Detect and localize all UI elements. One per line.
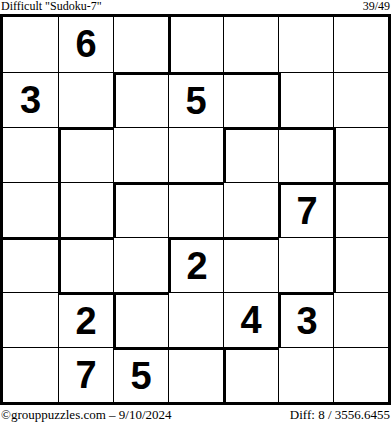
- cell-r6c3[interactable]: [113, 292, 168, 347]
- cell-r7c4[interactable]: [168, 347, 223, 402]
- cell-r4c4[interactable]: [168, 182, 223, 237]
- cell-r5c7[interactable]: [333, 237, 388, 292]
- cell-r3c1[interactable]: [3, 127, 58, 182]
- cell-r6c7[interactable]: [333, 292, 388, 347]
- cell-r5c3[interactable]: [113, 237, 168, 292]
- copyright-date: ©grouppuzzles.com – 9/10/2024: [1, 407, 172, 422]
- cell-r5c1[interactable]: [3, 237, 58, 292]
- cell-r5c4[interactable]: 2: [168, 237, 223, 292]
- cell-r1c6[interactable]: [278, 17, 333, 72]
- cell-r1c3[interactable]: [113, 17, 168, 72]
- cell-r7c7[interactable]: [333, 347, 388, 402]
- cell-r4c5[interactable]: [223, 182, 278, 237]
- cell-r1c1[interactable]: [3, 17, 58, 72]
- cell-r2c6[interactable]: [278, 72, 333, 127]
- cell-r7c3[interactable]: 5: [113, 347, 168, 402]
- cell-r3c7[interactable]: [333, 127, 388, 182]
- cell-r3c3[interactable]: [113, 127, 168, 182]
- cell-r1c7[interactable]: [333, 17, 388, 72]
- remaining-counter: 39/49: [363, 0, 390, 13]
- cell-r7c1[interactable]: [3, 347, 58, 402]
- cell-r6c2[interactable]: 2: [58, 292, 113, 347]
- cell-r3c4[interactable]: [168, 127, 223, 182]
- cell-r7c2[interactable]: 7: [58, 347, 113, 402]
- cell-r5c5[interactable]: [223, 237, 278, 292]
- cell-r6c1[interactable]: [3, 292, 58, 347]
- cell-r4c3[interactable]: [113, 182, 168, 237]
- cell-r6c5[interactable]: 4: [223, 292, 278, 347]
- puzzle-footer: ©grouppuzzles.com – 9/10/2024 Diff: 8 / …: [0, 407, 391, 422]
- cell-r4c2[interactable]: [58, 182, 113, 237]
- cell-r2c7[interactable]: [333, 72, 388, 127]
- cell-r3c6[interactable]: [278, 127, 333, 182]
- cell-r1c4[interactable]: [168, 17, 223, 72]
- cell-r1c2[interactable]: 6: [58, 17, 113, 72]
- cell-r3c2[interactable]: [58, 127, 113, 182]
- sudoku-board: 6357224375: [0, 14, 391, 405]
- cell-r5c6[interactable]: [278, 237, 333, 292]
- cell-r2c3[interactable]: [113, 72, 168, 127]
- cell-r7c5[interactable]: [223, 347, 278, 402]
- puzzle-header: Difficult "Sudoku-7" 39/49: [0, 0, 391, 14]
- cell-r6c4[interactable]: [168, 292, 223, 347]
- cell-r4c7[interactable]: [333, 182, 388, 237]
- cell-r7c6[interactable]: [278, 347, 333, 402]
- puzzle-page: Difficult "Sudoku-7" 39/49 6357224375 ©g…: [0, 0, 391, 426]
- cell-r4c6[interactable]: 7: [278, 182, 333, 237]
- puzzle-title: Difficult "Sudoku-7": [1, 0, 102, 13]
- cell-r2c1[interactable]: 3: [3, 72, 58, 127]
- cell-r2c2[interactable]: [58, 72, 113, 127]
- cell-r1c5[interactable]: [223, 17, 278, 72]
- cell-r5c2[interactable]: [58, 237, 113, 292]
- difficulty-rating: Diff: 8 / 3556.6455: [290, 407, 390, 422]
- cell-r3c5[interactable]: [223, 127, 278, 182]
- cell-r6c6[interactable]: 3: [278, 292, 333, 347]
- cell-r2c5[interactable]: [223, 72, 278, 127]
- cell-r4c1[interactable]: [3, 182, 58, 237]
- cell-r2c4[interactable]: 5: [168, 72, 223, 127]
